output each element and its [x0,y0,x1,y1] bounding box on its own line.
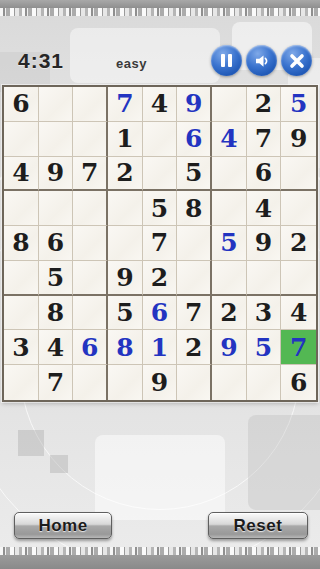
background-decoration [18,430,44,456]
sudoku-cell-r1c5[interactable]: 4 [143,87,178,122]
sudoku-cell-r5c6[interactable] [177,226,212,261]
sudoku-cell-r8c8[interactable]: 5 [247,330,282,365]
sudoku-cell-r3c8[interactable]: 6 [247,157,282,192]
sudoku-cell-r6c1[interactable] [4,261,39,296]
sudoku-cell-r6c9[interactable] [281,261,316,296]
top-band [0,0,320,8]
sudoku-cell-r4c3[interactable] [73,191,108,226]
sudoku-cell-r2c1[interactable] [4,122,39,157]
sudoku-cell-r7c2[interactable]: 8 [39,296,74,331]
home-button[interactable]: Home [14,512,112,539]
sudoku-cell-r6c7[interactable] [212,261,247,296]
sudoku-cell-r7c3[interactable] [73,296,108,331]
sudoku-cell-r4c1[interactable] [4,191,39,226]
sudoku-cell-r2c2[interactable] [39,122,74,157]
sudoku-cell-r8c2[interactable]: 4 [39,330,74,365]
sudoku-cell-r2c8[interactable]: 7 [247,122,282,157]
sudoku-cell-r8c7[interactable]: 9 [212,330,247,365]
sudoku-cell-r5c3[interactable] [73,226,108,261]
close-icon [289,53,305,69]
sudoku-cell-r6c8[interactable] [247,261,282,296]
sudoku-cell-r8c9[interactable]: 7 [281,330,316,365]
sudoku-cell-r3c6[interactable]: 5 [177,157,212,192]
sudoku-cell-r2c7[interactable]: 4 [212,122,247,157]
sudoku-cell-r3c3[interactable]: 7 [73,157,108,192]
background-decoration [50,455,68,473]
sound-button[interactable] [246,45,277,76]
sudoku-cell-r6c2[interactable]: 5 [39,261,74,296]
sudoku-cell-r1c7[interactable] [212,87,247,122]
sudoku-cell-r2c4[interactable]: 1 [108,122,143,157]
sudoku-cell-r8c1[interactable]: 3 [4,330,39,365]
sudoku-cell-r1c2[interactable] [39,87,74,122]
sudoku-cell-r6c3[interactable] [73,261,108,296]
background-decoration [248,415,320,510]
sudoku-cell-r9c5[interactable]: 9 [143,365,178,400]
sudoku-cell-r1c1[interactable]: 6 [4,87,39,122]
sudoku-cell-r8c3[interactable]: 6 [73,330,108,365]
sudoku-cell-r7c7[interactable]: 2 [212,296,247,331]
sudoku-cell-r5c4[interactable] [108,226,143,261]
sudoku-cell-r7c6[interactable]: 7 [177,296,212,331]
sudoku-cell-r2c3[interactable] [73,122,108,157]
sudoku-cell-r4c4[interactable] [108,191,143,226]
timer: 4:31 [18,49,64,73]
sudoku-cell-r6c5[interactable]: 2 [143,261,178,296]
sudoku-cell-r4c5[interactable]: 5 [143,191,178,226]
sudoku-cell-r1c8[interactable]: 2 [247,87,282,122]
difficulty-label: easy [116,56,147,71]
reset-button[interactable]: Reset [208,512,308,539]
sudoku-app: 4:31 easy 674925164794972565848675925928… [0,0,320,569]
sudoku-cell-r9c9[interactable]: 6 [281,365,316,400]
sudoku-cell-r7c4[interactable]: 5 [108,296,143,331]
sudoku-cell-r1c9[interactable]: 5 [281,87,316,122]
sudoku-cell-r9c3[interactable] [73,365,108,400]
sudoku-cell-r2c9[interactable]: 9 [281,122,316,157]
sudoku-cell-r5c5[interactable]: 7 [143,226,178,261]
sudoku-cell-r2c5[interactable] [143,122,178,157]
sudoku-cell-r9c1[interactable] [4,365,39,400]
sudoku-grid: 6749251647949725658486759259285672343468… [2,85,318,402]
sudoku-cell-r3c2[interactable]: 9 [39,157,74,192]
sudoku-cell-r6c6[interactable] [177,261,212,296]
sudoku-cell-r7c1[interactable] [4,296,39,331]
barcode-strip-bottom [0,547,320,555]
sudoku-cell-r9c8[interactable] [247,365,282,400]
sudoku-cell-r3c1[interactable]: 4 [4,157,39,192]
sudoku-cell-r9c7[interactable] [212,365,247,400]
sudoku-cell-r1c4[interactable]: 7 [108,87,143,122]
sudoku-cell-r1c6[interactable]: 9 [177,87,212,122]
sudoku-cell-r4c2[interactable] [39,191,74,226]
sudoku-cell-r4c6[interactable]: 8 [177,191,212,226]
sudoku-cell-r1c3[interactable] [73,87,108,122]
sudoku-cell-r5c1[interactable]: 8 [4,226,39,261]
sudoku-cell-r2c6[interactable]: 6 [177,122,212,157]
sudoku-cell-r7c8[interactable]: 3 [247,296,282,331]
sudoku-cell-r5c2[interactable]: 6 [39,226,74,261]
sudoku-cell-r8c6[interactable]: 2 [177,330,212,365]
sudoku-cell-r3c4[interactable]: 2 [108,157,143,192]
sudoku-cell-r3c9[interactable] [281,157,316,192]
sudoku-cell-r9c4[interactable] [108,365,143,400]
sudoku-cell-r9c6[interactable] [177,365,212,400]
sudoku-cell-r3c5[interactable] [143,157,178,192]
speaker-icon [253,52,271,70]
sudoku-cell-r9c2[interactable]: 7 [39,365,74,400]
sudoku-cell-r3c7[interactable] [212,157,247,192]
sudoku-cell-r4c8[interactable]: 4 [247,191,282,226]
pause-button[interactable] [211,45,242,76]
sudoku-cell-r5c9[interactable]: 2 [281,226,316,261]
sudoku-cell-r8c5[interactable]: 1 [143,330,178,365]
sudoku-cell-r5c7[interactable]: 5 [212,226,247,261]
sudoku-cell-r4c7[interactable] [212,191,247,226]
bottom-band [0,555,320,569]
pause-icon [221,54,232,67]
background-decoration [95,435,225,520]
sudoku-cell-r7c9[interactable]: 4 [281,296,316,331]
sudoku-cell-r5c8[interactable]: 9 [247,226,282,261]
barcode-strip-top [0,8,320,16]
sudoku-cell-r7c5[interactable]: 6 [143,296,178,331]
sudoku-cell-r6c4[interactable]: 9 [108,261,143,296]
sudoku-cell-r8c4[interactable]: 8 [108,330,143,365]
close-button[interactable] [281,45,312,76]
sudoku-cell-r4c9[interactable] [281,191,316,226]
